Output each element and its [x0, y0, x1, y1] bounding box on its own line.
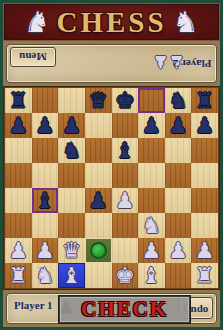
check-banner-text: CHECK	[81, 297, 168, 322]
app-header: ♞ CHESS ♞	[3, 3, 220, 41]
square-f4[interactable]	[138, 188, 165, 213]
menu-button[interactable]: Menu	[10, 47, 56, 67]
board-frame: ♜♛♚♞♜♟♟♟♟♟♟♞♝♝♟♟♞♟♟♛♟♟♟♜♞♝♚♝♜	[3, 86, 220, 290]
black-king: ♚	[115, 88, 135, 113]
square-f7[interactable]: ♟	[138, 113, 165, 138]
menu-button-label: Menu	[19, 51, 47, 63]
square-g4[interactable]	[165, 188, 192, 213]
black-pawn: ♟	[8, 113, 28, 138]
black-bishop: ♝	[115, 138, 135, 163]
square-e2[interactable]	[112, 238, 139, 263]
square-d2[interactable]	[85, 238, 112, 263]
square-d3[interactable]	[85, 213, 112, 238]
square-f1[interactable]: ♝	[138, 263, 165, 288]
black-knight: ♞	[62, 138, 82, 163]
square-c7[interactable]: ♟	[58, 113, 85, 138]
captured-white-pawn: ♟	[153, 53, 168, 70]
square-g3[interactable]	[165, 213, 192, 238]
square-d8[interactable]: ♛	[85, 88, 112, 113]
black-knight: ♞	[168, 88, 188, 113]
white-pawn: ♟	[168, 238, 188, 263]
square-e7[interactable]	[112, 113, 139, 138]
square-h1[interactable]: ♜	[191, 263, 218, 288]
square-b1[interactable]: ♞	[32, 263, 59, 288]
square-e1[interactable]: ♚	[112, 263, 139, 288]
player1-bar: Player 1 ♟ CHECK Undo	[6, 293, 217, 324]
square-h5[interactable]	[191, 163, 218, 188]
square-c1[interactable]: ♝	[58, 263, 85, 288]
square-d7[interactable]	[85, 113, 112, 138]
white-bishop: ♝	[62, 263, 82, 288]
square-f8[interactable]	[138, 88, 165, 113]
square-e6[interactable]: ♝	[112, 138, 139, 163]
square-h7[interactable]: ♟	[191, 113, 218, 138]
black-bishop: ♝	[35, 188, 55, 213]
white-pawn: ♟	[8, 238, 28, 263]
square-f3[interactable]: ♞	[138, 213, 165, 238]
square-e4[interactable]: ♟	[112, 188, 139, 213]
player1-label: Player 1	[14, 299, 53, 311]
white-king: ♚	[115, 263, 135, 288]
square-g1[interactable]	[165, 263, 192, 288]
square-h2[interactable]: ♟	[191, 238, 218, 263]
white-pawn: ♟	[35, 238, 55, 263]
square-a1[interactable]: ♜	[5, 263, 32, 288]
check-banner: CHECK	[59, 296, 190, 323]
white-knight: ♞	[142, 213, 162, 238]
black-pawn: ♟	[168, 113, 188, 138]
white-knight: ♞	[35, 263, 55, 288]
square-b4[interactable]: ♝	[32, 188, 59, 213]
square-c5[interactable]	[58, 163, 85, 188]
square-e3[interactable]	[112, 213, 139, 238]
white-queen: ♛	[62, 238, 82, 263]
square-b8[interactable]	[32, 88, 59, 113]
white-rook: ♜	[8, 263, 28, 288]
square-d4[interactable]: ♟	[85, 188, 112, 213]
square-a6[interactable]	[5, 138, 32, 163]
square-a4[interactable]	[5, 188, 32, 213]
square-a7[interactable]: ♟	[5, 113, 32, 138]
black-pawn: ♟	[195, 113, 215, 138]
player1-bar-zone: Player 1 ♟ CHECK Undo	[3, 290, 220, 327]
square-e8[interactable]: ♚	[112, 88, 139, 113]
square-c8[interactable]	[58, 88, 85, 113]
legal-move-dot	[90, 242, 107, 259]
square-f2[interactable]: ♟	[138, 238, 165, 263]
square-g7[interactable]: ♟	[165, 113, 192, 138]
square-b3[interactable]	[32, 213, 59, 238]
square-d1[interactable]	[85, 263, 112, 288]
white-pawn: ♟	[195, 238, 215, 263]
square-c4[interactable]	[58, 188, 85, 213]
square-b7[interactable]: ♟	[32, 113, 59, 138]
square-g2[interactable]: ♟	[165, 238, 192, 263]
square-h8[interactable]: ♜	[191, 88, 218, 113]
chess-app-window: ♞ CHESS ♞ Menu ♟♟ Player 2 ♜♛♚♞♜♟♟♟♟♟♟♞♝…	[0, 0, 223, 330]
square-h6[interactable]	[191, 138, 218, 163]
black-pawn: ♟	[88, 188, 108, 213]
black-rook: ♜	[195, 88, 215, 113]
chess-board: ♜♛♚♞♜♟♟♟♟♟♟♞♝♝♟♟♞♟♟♛♟♟♟♜♞♝♚♝♜	[5, 88, 218, 288]
square-b2[interactable]: ♟	[32, 238, 59, 263]
black-queen: ♛	[88, 88, 108, 113]
player2-bar: Menu ♟♟ Player 2	[6, 44, 217, 83]
square-g8[interactable]: ♞	[165, 88, 192, 113]
white-rook: ♜	[195, 263, 215, 288]
player2-label: Player 2	[173, 58, 212, 70]
white-pawn: ♟	[142, 238, 162, 263]
square-a3[interactable]	[5, 213, 32, 238]
square-c6[interactable]: ♞	[58, 138, 85, 163]
white-knight-icon: ♞	[24, 4, 50, 40]
square-h4[interactable]	[191, 188, 218, 213]
black-pawn: ♟	[142, 113, 162, 138]
square-g6[interactable]	[165, 138, 192, 163]
black-pawn: ♟	[35, 113, 55, 138]
white-bishop: ♝	[142, 263, 162, 288]
square-b5[interactable]	[32, 163, 59, 188]
square-a5[interactable]	[5, 163, 32, 188]
white-knight-icon: ♞	[173, 4, 199, 40]
square-e5[interactable]	[112, 163, 139, 188]
square-g5[interactable]	[165, 163, 192, 188]
square-d5[interactable]	[85, 163, 112, 188]
square-f5[interactable]	[138, 163, 165, 188]
player2-bar-zone: Menu ♟♟ Player 2	[3, 41, 220, 86]
black-pawn: ♟	[62, 113, 82, 138]
app-title: CHESS	[56, 6, 166, 39]
square-a8[interactable]: ♜	[5, 88, 32, 113]
white-pawn: ♟	[115, 188, 135, 213]
square-f6[interactable]	[138, 138, 165, 163]
square-h3[interactable]	[191, 213, 218, 238]
square-b6[interactable]	[32, 138, 59, 163]
black-rook: ♜	[8, 88, 28, 113]
square-a2[interactable]: ♟	[5, 238, 32, 263]
square-c2[interactable]: ♛	[58, 238, 85, 263]
square-d6[interactable]	[85, 138, 112, 163]
square-c3[interactable]	[58, 213, 85, 238]
